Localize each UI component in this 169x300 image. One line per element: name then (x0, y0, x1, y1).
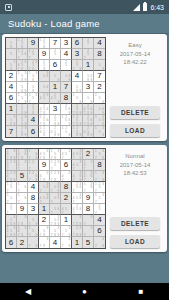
android-nav-bar: ◀ ● ■ (0, 283, 169, 300)
cell: 35789 (6, 215, 17, 226)
cell: 257 (83, 49, 94, 60)
cell: 379 (94, 237, 105, 248)
recents-icon[interactable]: ■ (113, 288, 169, 296)
cell: 457 (61, 204, 72, 215)
cell: 23567 (72, 182, 83, 193)
cell: 23789 (72, 226, 83, 237)
cell: 34679 (72, 171, 83, 182)
cell: 59 (94, 60, 105, 71)
cell: 1259 (61, 126, 72, 137)
cell: 5 (17, 171, 28, 182)
cell: 13467 (83, 171, 94, 182)
cell: 3 (83, 82, 94, 93)
cell: 35789 (50, 226, 61, 237)
cell: 1234789 (6, 171, 17, 182)
cell: 12357 (94, 182, 105, 193)
sudoku-grid-easy: 5812589125873625451256712579254325783582… (5, 37, 106, 138)
game-meta: Easy 2017-05-14 18:42:22 (120, 41, 151, 67)
cell: 1 (61, 215, 72, 226)
cell: 3 (50, 104, 61, 115)
cell: 1379 (94, 171, 105, 182)
cell: 258 (39, 60, 50, 71)
cell: 2 (94, 82, 105, 93)
cell: 59 (83, 93, 94, 104)
cell: 358 (6, 60, 17, 71)
cell: 8 (94, 160, 105, 171)
cell: 6 (72, 38, 83, 49)
cell: 8 (28, 193, 39, 204)
cell: 378 (17, 215, 28, 226)
cell: 35679 (50, 182, 61, 193)
cell: 3578 (39, 226, 50, 237)
cell: 13478 (17, 226, 28, 237)
cell: 5 (6, 49, 17, 60)
cell: 1 (72, 237, 83, 248)
cell: 1358 (28, 71, 39, 82)
cell: 3 (61, 38, 72, 49)
notification-icon (5, 4, 12, 11)
cell: 13578 (50, 149, 61, 160)
cell: 12347 (6, 160, 17, 171)
cell: 4 (28, 115, 39, 126)
cell: 7 (94, 71, 105, 82)
cell: 1258 (39, 38, 50, 49)
cell: 7 (6, 126, 17, 137)
cell: 347 (61, 171, 72, 182)
cell: 8 (61, 93, 72, 104)
cell: 25 (83, 38, 94, 49)
cell: 6 (61, 160, 72, 171)
cell: 13579 (17, 93, 28, 104)
difficulty-label: Normal (120, 152, 151, 161)
cell: 12357 (50, 160, 61, 171)
cell: 8 (61, 182, 72, 193)
status-time: 6:43 (150, 4, 164, 11)
cell: 58 (6, 38, 17, 49)
cell: 4 (28, 182, 39, 193)
cell: 25 (61, 60, 72, 71)
app-bar: Sudoku - Load game (0, 14, 169, 33)
cell: 1347 (17, 160, 28, 171)
cell: 9 (39, 49, 50, 60)
cell: 13579 (94, 149, 105, 160)
cell: 589 (17, 82, 28, 93)
cell: 5689 (83, 71, 94, 82)
cell: 3457 (72, 160, 83, 171)
cell: 9 (83, 193, 94, 204)
status-bar: 6:43 (0, 0, 169, 14)
cell: 134789 (6, 149, 17, 160)
cell: 6 (94, 226, 105, 237)
saved-time: 18:42:22 (120, 58, 151, 67)
cell: 256789 (83, 115, 94, 126)
cell: 245678 (39, 104, 50, 115)
cell: 2569 (61, 104, 72, 115)
battery-icon (143, 3, 147, 11)
cell: 6 (28, 126, 39, 137)
cell: 34567 (39, 193, 50, 204)
sudoku-grid-normal: 1347891346781679345781357834573456792135… (5, 148, 106, 249)
cell: 3478 (39, 171, 50, 182)
saved-date: 2017-05-14 (120, 161, 151, 170)
cell: 3579 (61, 226, 72, 237)
cell: 34567 (72, 193, 83, 204)
cell: 567 (50, 204, 61, 215)
cell: 3 (28, 204, 39, 215)
cell: 4 (61, 49, 72, 60)
saved-games-list: 5812589125873625451256712579254325783582… (0, 33, 169, 283)
cell: 24589 (83, 126, 94, 137)
cell: 2 (6, 71, 17, 82)
cell: 1 (6, 104, 17, 115)
cell: 5 (83, 237, 94, 248)
cell: 4 (94, 215, 105, 226)
cell: 569 (61, 71, 72, 82)
cell: 1359 (94, 126, 105, 137)
cell: 3 (72, 49, 83, 60)
cell: 1 (83, 60, 94, 71)
cell: 12679 (28, 171, 39, 182)
saved-time: 18:42:53 (120, 169, 151, 178)
cell: 12458 (39, 126, 50, 137)
saved-game-card-easy[interactable]: 5812589125873625451256712579254325783582… (2, 34, 167, 141)
cell: 125678 (39, 115, 50, 126)
cell: 2589 (17, 104, 28, 115)
cell: 1367 (83, 182, 94, 193)
cell: 127 (28, 160, 39, 171)
cell: 37 (83, 226, 94, 237)
cell: 12378 (50, 171, 61, 182)
cell: 2 (83, 149, 94, 160)
cell: 58 (28, 82, 39, 93)
cell: 2 (17, 237, 28, 248)
cell: 23589 (17, 115, 28, 126)
cell: 1347 (83, 160, 94, 171)
cell: 134678 (17, 149, 28, 160)
saved-game-card-normal[interactable]: 1347891346781679345781357834573456792135… (2, 145, 167, 252)
load-button[interactable]: LOAD (110, 235, 160, 248)
cell: 4 (6, 82, 17, 93)
cell: 23589 (17, 126, 28, 137)
cell: 56 (39, 82, 50, 93)
saved-date: 2017-05-14 (120, 50, 151, 59)
difficulty-label: Easy (120, 41, 151, 50)
page-title: Sudoku - Load game (8, 18, 100, 29)
cell: 8 (94, 49, 105, 60)
cell: 4 (72, 71, 83, 82)
cell: 13569 (94, 115, 105, 126)
cell: 1257 (6, 182, 17, 193)
back-icon[interactable]: ◀ (0, 288, 56, 296)
cell: 1357 (94, 193, 105, 204)
cell: 379 (61, 237, 72, 248)
cell: 37 (83, 215, 94, 226)
cell: 257 (94, 204, 105, 215)
cell: 79 (28, 237, 39, 248)
screen: 6:43 Sudoku - Load game 5812589125873625… (0, 0, 169, 300)
cell: 2459 (50, 93, 61, 104)
cell: 6 (6, 237, 17, 248)
cell: 12569 (61, 115, 72, 126)
cell: 258 (28, 104, 39, 115)
cell: 159 (72, 93, 83, 104)
delete-button[interactable]: DELETE (110, 106, 160, 119)
cell: 589 (72, 82, 83, 93)
cell: 345679 (72, 149, 83, 160)
cell: 579 (28, 215, 39, 226)
cell: 2345 (39, 93, 50, 104)
cell: 7 (50, 38, 61, 49)
cell: 1 (50, 82, 61, 93)
cell: 3589 (6, 115, 17, 126)
cell: 1357 (28, 93, 39, 104)
cell: 6 (50, 60, 61, 71)
cell: 9 (17, 204, 28, 215)
cell: 1579 (28, 226, 39, 237)
cell: 2 (61, 193, 72, 204)
cell: 12567 (17, 49, 28, 60)
cell: 24589 (50, 126, 61, 137)
cell: 25789 (72, 104, 83, 115)
cell: 234578 (17, 60, 28, 71)
cell: 34578 (39, 149, 50, 160)
cell: 1258 (17, 38, 28, 49)
cell: 356 (39, 71, 50, 82)
cell: 1257 (28, 49, 39, 60)
cell: 159 (94, 93, 105, 104)
cell: 167 (17, 193, 28, 204)
cell: 356789 (50, 215, 61, 226)
cell: 569 (94, 104, 105, 115)
cell: 9 (28, 38, 39, 49)
cell: 378 (39, 237, 50, 248)
cell: 2589 (50, 115, 61, 126)
cell: 257 (6, 204, 17, 215)
cell: 1 (39, 204, 50, 215)
game-meta: Normal 2017-05-14 18:42:53 (120, 152, 151, 178)
cell: 3567 (39, 182, 50, 193)
cell: 59 (50, 71, 61, 82)
cell: 23578 (28, 60, 39, 71)
signal-icon (133, 4, 140, 11)
cell: 9 (39, 160, 50, 171)
cell: 7 (61, 82, 72, 93)
cell: 3457 (61, 149, 72, 160)
cell: 24567 (72, 204, 83, 215)
cell: 12589 (72, 126, 83, 137)
cell: 13589 (17, 71, 28, 82)
cell: 2 (39, 215, 50, 226)
cell: 4 (94, 38, 105, 49)
delete-button[interactable]: DELETE (110, 217, 160, 230)
cell: 6 (6, 93, 17, 104)
cell: 3789 (72, 215, 83, 226)
cell: 25 (50, 49, 61, 60)
cell: 4 (50, 237, 61, 248)
cell: 2579 (72, 60, 83, 71)
cell: 2456789 (83, 104, 94, 115)
cell: 157 (6, 193, 17, 204)
cell: 3567 (50, 193, 61, 204)
cell: 167 (17, 182, 28, 193)
home-icon[interactable]: ● (56, 288, 112, 296)
cell: 125789 (72, 115, 83, 126)
load-button[interactable]: LOAD (110, 124, 160, 137)
cell: 8 (83, 204, 94, 215)
cell: 1345789 (6, 226, 17, 237)
cell: 1679 (28, 149, 39, 160)
